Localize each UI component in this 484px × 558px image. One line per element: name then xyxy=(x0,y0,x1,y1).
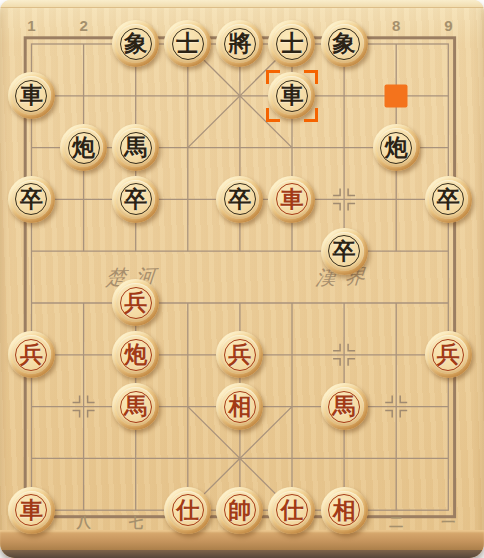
piece-glyph: 車 xyxy=(268,176,315,223)
xiangqi-piece-red[interactable]: 馬 xyxy=(321,383,368,430)
piece-glyph: 仕 xyxy=(268,487,315,534)
board-grid[interactable]: 象士將士象車車炮馬炮卒卒卒車卒卒兵兵炮兵兵馬相馬車仕帥仕相 xyxy=(5,18,474,536)
piece-glyph: 兵 xyxy=(216,331,263,378)
piece-glyph: 兵 xyxy=(425,331,472,378)
xiangqi-piece-black[interactable]: 車 xyxy=(268,72,315,119)
xiangqi-board[interactable]: 1289八七二一 楚河 漢界 象士將士象車車炮馬炮卒卒卒車卒卒兵兵炮兵兵馬相馬車… xyxy=(0,0,484,558)
piece-glyph: 卒 xyxy=(321,228,368,275)
piece-glyph: 將 xyxy=(216,20,263,67)
xiangqi-piece-black[interactable]: 卒 xyxy=(425,176,472,223)
xiangqi-piece-red[interactable]: 兵 xyxy=(8,331,55,378)
piece-glyph: 炮 xyxy=(60,124,107,171)
piece-glyph: 卒 xyxy=(216,176,263,223)
piece-glyph: 卒 xyxy=(8,176,55,223)
xiangqi-piece-black[interactable]: 士 xyxy=(268,20,315,67)
piece-glyph: 車 xyxy=(8,487,55,534)
piece-glyph: 兵 xyxy=(112,279,159,326)
xiangqi-piece-black[interactable]: 卒 xyxy=(112,176,159,223)
xiangqi-piece-red[interactable]: 相 xyxy=(321,487,368,534)
piece-glyph: 卒 xyxy=(112,176,159,223)
piece-glyph: 帥 xyxy=(216,487,263,534)
xiangqi-piece-black[interactable]: 卒 xyxy=(321,228,368,275)
xiangqi-piece-red[interactable]: 仕 xyxy=(268,487,315,534)
piece-glyph: 象 xyxy=(321,20,368,67)
xiangqi-piece-red[interactable]: 兵 xyxy=(112,279,159,326)
piece-glyph: 士 xyxy=(164,20,211,67)
xiangqi-piece-red[interactable]: 相 xyxy=(216,383,263,430)
piece-glyph: 炮 xyxy=(373,124,420,171)
piece-glyph: 相 xyxy=(216,383,263,430)
piece-glyph: 相 xyxy=(321,487,368,534)
piece-glyph: 仕 xyxy=(164,487,211,534)
xiangqi-piece-red[interactable]: 炮 xyxy=(112,331,159,378)
xiangqi-piece-red[interactable]: 帥 xyxy=(216,487,263,534)
xiangqi-app: 1289八七二一 楚河 漢界 象士將士象車車炮馬炮卒卒卒車卒卒兵兵炮兵兵馬相馬車… xyxy=(0,0,484,558)
xiangqi-piece-black[interactable]: 象 xyxy=(321,20,368,67)
piece-glyph: 車 xyxy=(8,72,55,119)
xiangqi-piece-black[interactable]: 士 xyxy=(164,20,211,67)
xiangqi-piece-black[interactable]: 卒 xyxy=(216,176,263,223)
xiangqi-piece-black[interactable]: 象 xyxy=(112,20,159,67)
piece-glyph: 炮 xyxy=(112,331,159,378)
piece-glyph: 象 xyxy=(112,20,159,67)
piece-glyph: 車 xyxy=(268,72,315,119)
piece-glyph: 士 xyxy=(268,20,315,67)
xiangqi-piece-red[interactable]: 車 xyxy=(8,487,55,534)
xiangqi-piece-red[interactable]: 兵 xyxy=(425,331,472,378)
xiangqi-piece-black[interactable]: 炮 xyxy=(60,124,107,171)
xiangqi-piece-red[interactable]: 車 xyxy=(268,176,315,223)
piece-glyph: 馬 xyxy=(112,383,159,430)
xiangqi-piece-black[interactable]: 車 xyxy=(8,72,55,119)
xiangqi-piece-black[interactable]: 卒 xyxy=(8,176,55,223)
piece-glyph: 馬 xyxy=(321,383,368,430)
xiangqi-piece-black[interactable]: 將 xyxy=(216,20,263,67)
xiangqi-piece-black[interactable]: 馬 xyxy=(112,124,159,171)
xiangqi-piece-red[interactable]: 兵 xyxy=(216,331,263,378)
piece-glyph: 卒 xyxy=(425,176,472,223)
xiangqi-piece-black[interactable]: 炮 xyxy=(373,124,420,171)
xiangqi-piece-red[interactable]: 仕 xyxy=(164,487,211,534)
piece-glyph: 馬 xyxy=(112,124,159,171)
xiangqi-piece-red[interactable]: 馬 xyxy=(112,383,159,430)
piece-glyph: 兵 xyxy=(8,331,55,378)
